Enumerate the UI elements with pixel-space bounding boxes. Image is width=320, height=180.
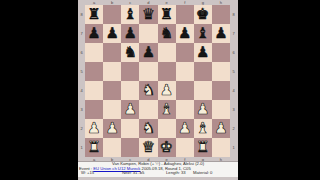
square-a8: ♜	[85, 5, 103, 24]
piece-black-knight: ♞	[124, 45, 137, 60]
square-c8: ♝	[121, 5, 139, 24]
square-c1	[121, 138, 139, 157]
rank-label: 5	[231, 62, 237, 81]
square-d5	[139, 62, 157, 81]
stats-line: W:+15 Next:31..b5 Length:33 Material:0	[78, 171, 238, 176]
square-a4	[85, 81, 103, 100]
square-c4	[121, 81, 139, 100]
piece-white-pawn: ♟	[214, 121, 227, 136]
rank-label: 6	[231, 43, 237, 62]
rank-labels-right: 87654321	[231, 5, 237, 157]
piece-white-knight: ♞	[142, 83, 155, 98]
piece-white-king: ♚	[160, 140, 173, 155]
square-g6: ♟	[194, 43, 212, 62]
square-b4	[103, 81, 121, 100]
letterbox-right	[238, 0, 320, 180]
piece-black-rook: ♜	[160, 7, 173, 22]
square-c3: ♟	[121, 100, 139, 119]
piece-white-pawn: ♟	[105, 121, 118, 136]
chess-app-panel: abcdefgh 87654321 87654321 ♜♝♛♜♚♟♟♟♞♟♝♟♞…	[78, 0, 238, 180]
piece-black-knight: ♞	[160, 26, 173, 41]
square-g5	[194, 62, 212, 81]
square-h6	[212, 43, 230, 62]
square-d8: ♛	[139, 5, 157, 24]
piece-black-king: ♚	[196, 7, 209, 22]
square-a5	[85, 62, 103, 81]
piece-black-pawn: ♟	[142, 45, 155, 60]
piece-white-bishop: ♝	[196, 121, 209, 136]
square-b7: ♟	[103, 24, 121, 43]
square-a3	[85, 100, 103, 119]
rank-label: 8	[231, 5, 237, 24]
piece-white-bishop: ♝	[160, 102, 173, 117]
piece-white-knight: ♞	[142, 121, 155, 136]
square-a1: ♜	[85, 138, 103, 157]
square-e5	[158, 62, 176, 81]
rank-label: 3	[231, 100, 237, 119]
square-b2: ♟	[103, 119, 121, 138]
piece-white-pawn: ♟	[196, 102, 209, 117]
square-f7: ♟	[176, 24, 194, 43]
rank-label: 7	[79, 24, 85, 43]
square-g8: ♚	[194, 5, 212, 24]
piece-black-pawn: ♟	[87, 26, 100, 41]
chess-board: ♜♝♛♜♚♟♟♟♞♟♝♟♞♟♟♞♟♟♝♟♟♟♞♟♝♟♜♛♚♜	[85, 5, 230, 157]
square-f2: ♟	[176, 119, 194, 138]
rank-label: 3	[79, 100, 85, 119]
letterbox-left	[0, 0, 78, 180]
square-h4	[212, 81, 230, 100]
square-f8	[176, 5, 194, 24]
square-d7	[139, 24, 157, 43]
square-d4: ♞	[139, 81, 157, 100]
square-d6: ♟	[139, 43, 157, 62]
square-d2: ♞	[139, 119, 157, 138]
piece-white-pawn: ♟	[160, 83, 173, 98]
square-e3: ♝	[158, 100, 176, 119]
square-a7: ♟	[85, 24, 103, 43]
square-h1	[212, 138, 230, 157]
square-b6	[103, 43, 121, 62]
square-a2: ♟	[85, 119, 103, 138]
square-g2: ♝	[194, 119, 212, 138]
rank-label: 6	[79, 43, 85, 62]
square-g3: ♟	[194, 100, 212, 119]
game-info-box: Van Kampen, Robin (+ ½) - Adiaghev, Alek…	[78, 161, 238, 177]
square-e4: ♟	[158, 81, 176, 100]
piece-black-queen: ♛	[142, 7, 155, 22]
square-e7: ♞	[158, 24, 176, 43]
square-h2: ♟	[212, 119, 230, 138]
rank-label: 2	[79, 119, 85, 138]
piece-black-bishop: ♝	[196, 26, 209, 41]
piece-black-pawn: ♟	[196, 45, 209, 60]
piece-white-rook: ♜	[87, 140, 100, 155]
square-b8	[103, 5, 121, 24]
piece-white-pawn: ♟	[87, 121, 100, 136]
rank-label: 8	[79, 5, 85, 24]
square-e2	[158, 119, 176, 138]
piece-black-pawn: ♟	[124, 26, 137, 41]
square-b3	[103, 100, 121, 119]
square-d3	[139, 100, 157, 119]
square-b5	[103, 62, 121, 81]
piece-white-queen: ♛	[142, 140, 155, 155]
square-h8	[212, 5, 230, 24]
square-h3	[212, 100, 230, 119]
square-c5	[121, 62, 139, 81]
piece-black-pawn: ♟	[105, 26, 118, 41]
square-e6	[158, 43, 176, 62]
square-f3	[176, 100, 194, 119]
square-e8: ♜	[158, 5, 176, 24]
piece-black-pawn: ♟	[214, 26, 227, 41]
square-f1	[176, 138, 194, 157]
square-f5	[176, 62, 194, 81]
square-f4	[176, 81, 194, 100]
square-b1	[103, 138, 121, 157]
rank-labels-left: 87654321	[79, 5, 85, 157]
piece-black-pawn: ♟	[178, 26, 191, 41]
video-frame: { "game": "chess", "position": { "fen": …	[0, 0, 320, 180]
piece-white-pawn: ♟	[178, 121, 191, 136]
square-d1: ♛	[139, 138, 157, 157]
square-h7: ♟	[212, 24, 230, 43]
rank-label: 4	[231, 81, 237, 100]
stat-material: Material:0	[193, 171, 212, 176]
square-h5	[212, 62, 230, 81]
square-e1: ♚	[158, 138, 176, 157]
stat-next-move: Next:31..b5	[122, 171, 144, 176]
piece-white-pawn: ♟	[124, 102, 137, 117]
rank-label: 5	[79, 62, 85, 81]
square-g4	[194, 81, 212, 100]
square-c2	[121, 119, 139, 138]
piece-black-rook: ♜	[87, 7, 100, 22]
piece-black-bishop: ♝	[124, 7, 137, 22]
rank-label: 1	[79, 138, 85, 157]
stat-eval: W:+15	[81, 171, 94, 176]
piece-white-rook: ♜	[196, 140, 209, 155]
square-g7: ♝	[194, 24, 212, 43]
square-f6	[176, 43, 194, 62]
square-c6: ♞	[121, 43, 139, 62]
rank-label: 2	[231, 119, 237, 138]
rank-label: 1	[231, 138, 237, 157]
stat-length: Length:33	[166, 171, 186, 176]
rank-label: 7	[231, 24, 237, 43]
rank-label: 4	[79, 81, 85, 100]
square-g1: ♜	[194, 138, 212, 157]
square-a6	[85, 43, 103, 62]
square-c7: ♟	[121, 24, 139, 43]
